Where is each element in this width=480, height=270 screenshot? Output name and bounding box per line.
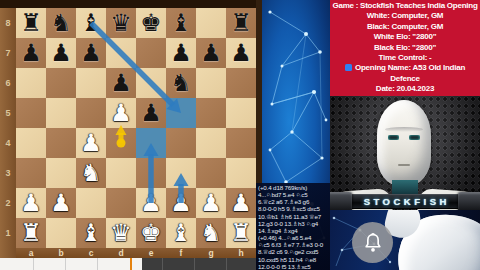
engine-line-1: (+0.4 d18 769kn/s) (258, 184, 330, 191)
square-e6[interactable] (136, 68, 166, 98)
piece-white-pawn-h2[interactable]: ♟ (226, 188, 256, 218)
info-line-7: Opening Name: A53 Old Indian (330, 63, 480, 73)
piece-white-pawn-e2[interactable]: ♟ (136, 188, 166, 218)
engine-line-9: ♘c5 6.f3 ♗e7 7.♗e3 0-0 (258, 241, 330, 248)
rank-label-5: 5 (0, 98, 16, 128)
info-line-4: White Elo: "2800" (330, 32, 480, 42)
piece-white-pawn-d5[interactable]: ♟ (106, 98, 136, 128)
piece-white-queen-d1[interactable]: ♛ (106, 218, 136, 248)
file-label-f: f (166, 248, 196, 258)
info-line-1: Game : Stockfish Teaches India Opening (330, 1, 480, 11)
square-g6[interactable] (196, 68, 226, 98)
eval-bar-separator (97, 258, 98, 270)
robot-eye-right (409, 135, 420, 140)
piece-white-pawn-g2[interactable]: ♟ (196, 188, 226, 218)
square-b4[interactable] (46, 128, 76, 158)
square-g5[interactable] (196, 98, 226, 128)
piece-white-knight-g1[interactable]: ♞ (196, 218, 226, 248)
evaluation-bar (0, 258, 262, 270)
info-line-9: Date: 20.04.2023 (330, 84, 480, 94)
blue-square-icon (345, 64, 352, 71)
square-d7[interactable] (106, 38, 136, 68)
eval-bar-separator (65, 258, 66, 270)
piece-black-knight-b8[interactable]: ♞ (46, 8, 76, 38)
eval-bar-separator (226, 258, 227, 270)
stockfish-name-bar: STOCKFISH (330, 194, 480, 209)
file-label-d: d (106, 248, 136, 258)
rank-label-2: 2 (0, 188, 16, 218)
square-a6[interactable] (16, 68, 46, 98)
piece-black-pawn-c7[interactable]: ♟ (76, 38, 106, 68)
square-a3[interactable] (16, 158, 46, 188)
engine-line-11: 10.cxd5 h5 11.h4 ♘e8 (258, 256, 330, 263)
robot-scene: STOCKFISH (330, 96, 480, 210)
square-h4[interactable] (226, 128, 256, 158)
piece-white-pawn-a2[interactable]: ♟ (16, 188, 46, 218)
piece-white-bishop-c1[interactable]: ♝ (76, 218, 106, 248)
square-c6[interactable] (76, 68, 106, 98)
square-f4[interactable] (166, 128, 196, 158)
game-info-box: Game : Stockfish Teaches India OpeningWh… (330, 0, 480, 96)
rank-label-8: 8 (0, 8, 16, 38)
piece-black-pawn-f7[interactable]: ♟ (166, 38, 196, 68)
piece-black-pawn-h7[interactable]: ♟ (226, 38, 256, 68)
square-d4[interactable] (106, 128, 136, 158)
engine-analysis-panel: (+0.4 d18 769kn/s)4...♘bd7 5.e4 ♘c56.♕c2… (256, 183, 330, 270)
board-frame-corner (0, 248, 16, 258)
file-label-h: h (226, 248, 256, 258)
eval-bar-white-portion (0, 258, 142, 270)
file-label-e: e (136, 248, 166, 258)
rank-label-7: 7 (0, 38, 16, 68)
video-frame: 87654321 ♜♞♝♛♚♝♜♟♟♟♟♟♟♟♞♟♟♟♞♟♟♟♟♟♟♜♝♛♚♝♞… (0, 0, 480, 270)
robot-brow (385, 127, 423, 132)
square-b3[interactable] (46, 158, 76, 188)
square-d2[interactable] (106, 188, 136, 218)
info-line-8: Defence (330, 74, 480, 84)
file-label-b: b (46, 248, 76, 258)
info-panel: Game : Stockfish Teaches India OpeningWh… (330, 0, 480, 270)
square-b1[interactable] (46, 218, 76, 248)
highlight-f5 (166, 98, 196, 128)
rank-label-3: 3 (0, 158, 16, 188)
piece-black-pawn-b7[interactable]: ♟ (46, 38, 76, 68)
file-labels: abcdefgh (16, 248, 256, 258)
robot-mouth (398, 164, 410, 166)
piece-white-pawn-f2[interactable]: ♟ (166, 188, 196, 218)
eval-bar-separator (33, 258, 34, 270)
piece-black-queen-d8[interactable]: ♛ (106, 8, 136, 38)
piece-white-knight-c3[interactable]: ♞ (76, 158, 106, 188)
square-d3[interactable] (106, 158, 136, 188)
board-frame-top (0, 0, 262, 8)
engine-line-10: 8.♕d2 c6 9.♘ge2 cxd5 (258, 248, 330, 255)
square-a4[interactable] (16, 128, 46, 158)
bottom-strip (330, 210, 480, 270)
square-g4[interactable] (196, 128, 226, 158)
square-b5[interactable] (46, 98, 76, 128)
highlight-e4 (136, 128, 166, 158)
eval-bar-separator (162, 258, 163, 270)
square-f3[interactable] (166, 158, 196, 188)
square-c5[interactable] (76, 98, 106, 128)
piece-black-rook-a8[interactable]: ♜ (16, 8, 46, 38)
engine-line-12: 12.0-0-0 f5 13.♗xc5 (258, 263, 330, 270)
engine-line-7: 14.♗xg4 ♗xg4 (258, 227, 330, 234)
chess-board-area: 87654321 ♜♞♝♛♚♝♜♟♟♟♟♟♟♟♞♟♟♟♞♟♟♟♟♟♟♜♝♛♚♝♞… (0, 0, 262, 270)
piece-white-pawn-c4[interactable]: ♟ (76, 128, 106, 158)
piece-black-bishop-f8[interactable]: ♝ (166, 8, 196, 38)
piece-white-bishop-f1[interactable]: ♝ (166, 218, 196, 248)
info-line-5: Black Elo: "2800" (330, 43, 480, 53)
square-h6[interactable] (226, 68, 256, 98)
bar-end-cap-left (330, 192, 352, 210)
chess-board[interactable]: ♜♞♝♛♚♝♜♟♟♟♟♟♟♟♞♟♟♟♞♟♟♟♟♟♟♜♝♛♚♝♞♜ (16, 8, 256, 248)
piece-black-king-e8[interactable]: ♚ (136, 8, 166, 38)
square-h3[interactable] (226, 158, 256, 188)
piece-black-pawn-e5[interactable]: ♟ (136, 98, 166, 128)
piece-black-pawn-a7[interactable]: ♟ (16, 38, 46, 68)
piece-black-rook-h8[interactable]: ♜ (226, 8, 256, 38)
square-e7[interactable] (136, 38, 166, 68)
engine-line-8: (+0.46) 4...♘a6 5.e4 (258, 234, 330, 241)
info-line-2: White: Computer, GM (330, 11, 480, 21)
file-label-a: a (16, 248, 46, 258)
rank-label-4: 4 (0, 128, 16, 158)
piece-white-rook-a1[interactable]: ♜ (16, 218, 46, 248)
engine-line-3: 6.♕c2 a6 7.♗e3 g6 (258, 198, 330, 205)
piece-black-pawn-g7[interactable]: ♟ (196, 38, 226, 68)
bar-end-cap-right (458, 192, 480, 210)
eval-bar-current-marker (130, 258, 132, 270)
square-g3[interactable] (196, 158, 226, 188)
piece-black-knight-f6[interactable]: ♞ (166, 68, 196, 98)
piece-black-bishop-c8[interactable]: ♝ (76, 8, 106, 38)
piece-white-king-e1[interactable]: ♚ (136, 218, 166, 248)
square-g8[interactable] (196, 8, 226, 38)
engine-line-4: 8.0-0-0 h5 9.♗xc5 dxc5 (258, 205, 330, 212)
file-label-g: g (196, 248, 226, 258)
piece-white-pawn-b2[interactable]: ♟ (46, 188, 76, 218)
piece-black-pawn-d6[interactable]: ♟ (106, 68, 136, 98)
engine-line-6: 12.g3 0-0 13.♗h3 ♘g4 (258, 220, 330, 227)
eval-bar-separator (194, 258, 195, 270)
bell-icon (362, 232, 384, 254)
notification-bell-button[interactable] (352, 222, 393, 263)
rank-label-6: 6 (0, 68, 16, 98)
robot-head (377, 100, 431, 186)
engine-line-5: 10.♔b1 ♗h6 11.a3 ♕e7 (258, 213, 330, 220)
square-b6[interactable] (46, 68, 76, 98)
robot-eye-left (388, 135, 399, 140)
square-a5[interactable] (16, 98, 46, 128)
square-h5[interactable] (226, 98, 256, 128)
square-c2[interactable] (76, 188, 106, 218)
stockfish-label: STOCKFISH (360, 196, 450, 207)
piece-white-rook-h1[interactable]: ♜ (226, 218, 256, 248)
rank-labels: 87654321 (0, 8, 16, 248)
square-e3[interactable] (136, 158, 166, 188)
rank-label-1: 1 (0, 218, 16, 248)
engine-line-2: 4...♘bd7 5.e4 ♘c5 (258, 191, 330, 198)
info-line-6: Time Control: - (330, 53, 480, 63)
file-label-c: c (76, 248, 106, 258)
info-line-3: Black: Computer, GM (330, 22, 480, 32)
